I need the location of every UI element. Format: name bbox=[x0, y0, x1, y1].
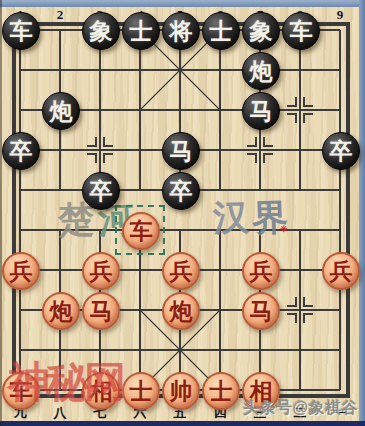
watermark-speck: ❋ bbox=[280, 224, 288, 234]
xiangqi-board-screenshot: 楚河汉界 123456789 九八七六五四三二一 车象士将士象车炮炮马卒马卒卒卒… bbox=[0, 0, 365, 426]
piece-black-炮[interactable]: 炮 bbox=[242, 52, 280, 90]
piece-red-士[interactable]: 士 bbox=[122, 372, 160, 410]
watermark-bottom-right: 头条号@象棋谷 bbox=[243, 398, 358, 419]
piece-red-车[interactable]: 车 bbox=[122, 212, 160, 250]
piece-red-兵[interactable]: 兵 bbox=[82, 252, 120, 290]
file-number-9: 9 bbox=[329, 7, 351, 23]
piece-black-车[interactable]: 车 bbox=[282, 12, 320, 50]
piece-black-象[interactable]: 象 bbox=[242, 12, 280, 50]
point-marker bbox=[287, 97, 313, 123]
piece-red-士[interactable]: 士 bbox=[202, 372, 240, 410]
piece-black-将[interactable]: 将 bbox=[162, 12, 200, 50]
piece-red-兵[interactable]: 兵 bbox=[242, 252, 280, 290]
point-marker bbox=[287, 297, 313, 323]
piece-red-兵[interactable]: 兵 bbox=[322, 252, 360, 290]
piece-black-卒[interactable]: 卒 bbox=[322, 132, 360, 170]
piece-black-士[interactable]: 士 bbox=[122, 12, 160, 50]
piece-black-卒[interactable]: 卒 bbox=[82, 172, 120, 210]
piece-black-炮[interactable]: 炮 bbox=[42, 92, 80, 130]
piece-black-马[interactable]: 马 bbox=[242, 92, 280, 130]
piece-red-炮[interactable]: 炮 bbox=[42, 292, 80, 330]
frame-strip-top bbox=[0, 0, 365, 7]
watermark-bottom-left: 神秘网 bbox=[8, 354, 122, 410]
point-marker bbox=[247, 137, 273, 163]
piece-black-马[interactable]: 马 bbox=[162, 132, 200, 170]
river-character: 汉 bbox=[212, 193, 250, 243]
piece-red-兵[interactable]: 兵 bbox=[162, 252, 200, 290]
piece-black-士[interactable]: 士 bbox=[202, 12, 240, 50]
piece-red-炮[interactable]: 炮 bbox=[162, 292, 200, 330]
piece-red-马[interactable]: 马 bbox=[242, 292, 280, 330]
river-character: 界 bbox=[251, 193, 289, 243]
file-number-2: 2 bbox=[49, 7, 71, 23]
piece-black-卒[interactable]: 卒 bbox=[2, 132, 40, 170]
piece-black-车[interactable]: 车 bbox=[2, 12, 40, 50]
piece-black-卒[interactable]: 卒 bbox=[162, 172, 200, 210]
point-marker bbox=[87, 137, 113, 163]
piece-black-象[interactable]: 象 bbox=[82, 12, 120, 50]
frame-strip-right bbox=[359, 0, 365, 421]
piece-red-马[interactable]: 马 bbox=[82, 292, 120, 330]
piece-red-帅[interactable]: 帅 bbox=[162, 372, 200, 410]
frame-strip-bottom bbox=[0, 421, 365, 426]
frame-strip-left bbox=[0, 0, 2, 426]
piece-red-兵[interactable]: 兵 bbox=[2, 252, 40, 290]
